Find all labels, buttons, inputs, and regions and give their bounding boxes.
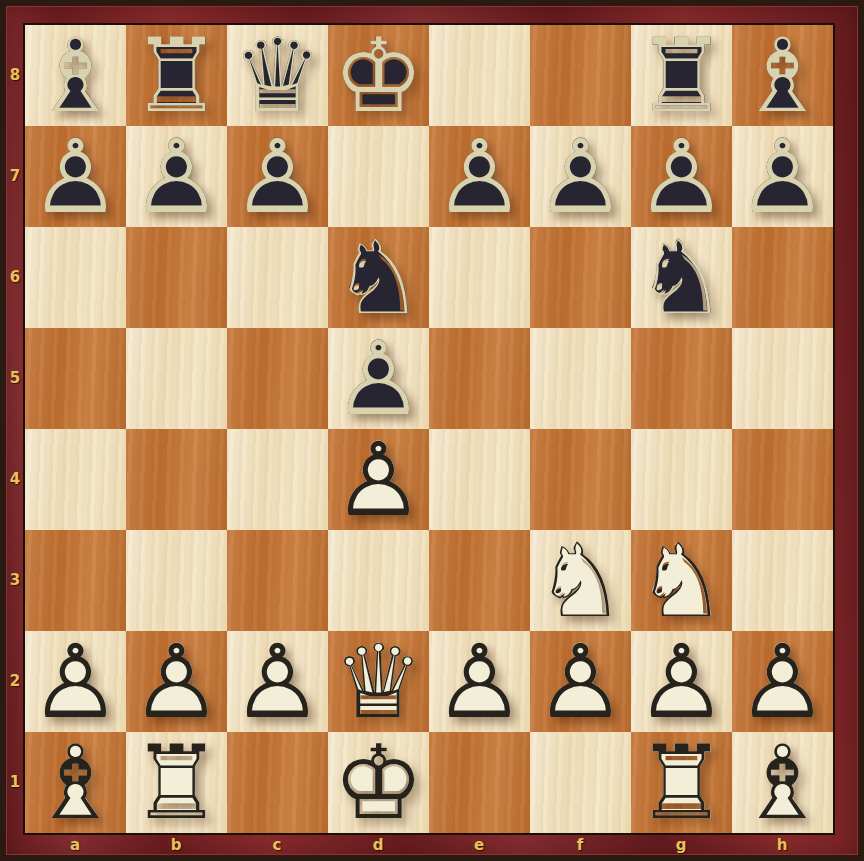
- square-d3[interactable]: [328, 530, 429, 631]
- square-b1[interactable]: ♜♖: [126, 732, 227, 833]
- piece-white-pawn[interactable]: ♟♙: [429, 631, 530, 732]
- square-d4[interactable]: ♟♙: [328, 429, 429, 530]
- square-c5[interactable]: [227, 328, 328, 429]
- square-b8[interactable]: ♜♖: [126, 25, 227, 126]
- square-e5[interactable]: [429, 328, 530, 429]
- square-d7[interactable]: [328, 126, 429, 227]
- square-a3[interactable]: [25, 530, 126, 631]
- piece-black-pawn[interactable]: ♟♙: [25, 126, 126, 227]
- piece-black-bishop[interactable]: ♝♗: [732, 25, 833, 126]
- rank-label-5: 5: [10, 369, 20, 387]
- black-pawn-outline-glyph: ♙: [429, 126, 530, 227]
- square-h2[interactable]: ♟♙: [732, 631, 833, 732]
- black-queen-outline-glyph: ♕: [227, 25, 328, 126]
- piece-black-pawn[interactable]: ♟♙: [227, 126, 328, 227]
- piece-black-pawn[interactable]: ♟♙: [429, 126, 530, 227]
- rank-label-4: 4: [10, 470, 20, 488]
- square-g1[interactable]: ♜♖: [631, 732, 732, 833]
- black-king-outline-glyph: ♔: [328, 25, 429, 126]
- piece-black-queen[interactable]: ♛♕: [227, 25, 328, 126]
- piece-white-rook[interactable]: ♜♖: [631, 732, 732, 833]
- square-a5[interactable]: [25, 328, 126, 429]
- square-a7[interactable]: ♟♙: [25, 126, 126, 227]
- piece-white-pawn[interactable]: ♟♙: [328, 429, 429, 530]
- black-pawn-outline-glyph: ♙: [25, 126, 126, 227]
- black-pawn-outline-glyph: ♙: [328, 328, 429, 429]
- black-rook-outline-glyph: ♖: [126, 25, 227, 126]
- black-knight-outline-glyph: ♘: [328, 227, 429, 328]
- piece-black-bishop[interactable]: ♝♗: [25, 25, 126, 126]
- square-b3[interactable]: [126, 530, 227, 631]
- white-pawn-outline-glyph: ♙: [328, 429, 429, 530]
- black-pawn-outline-glyph: ♙: [227, 126, 328, 227]
- black-rook-outline-glyph: ♖: [631, 25, 732, 126]
- square-e3[interactable]: [429, 530, 530, 631]
- piece-white-queen[interactable]: ♛♕: [328, 631, 429, 732]
- square-g3[interactable]: ♞♘: [631, 530, 732, 631]
- piece-white-pawn[interactable]: ♟♙: [631, 631, 732, 732]
- piece-black-knight[interactable]: ♞♘: [328, 227, 429, 328]
- piece-white-bishop[interactable]: ♝♗: [732, 732, 833, 833]
- square-d6[interactable]: ♞♘: [328, 227, 429, 328]
- square-g4[interactable]: [631, 429, 732, 530]
- white-pawn-outline-glyph: ♙: [631, 631, 732, 732]
- square-e6[interactable]: [429, 227, 530, 328]
- white-queen-outline-glyph: ♕: [328, 631, 429, 732]
- square-e7[interactable]: ♟♙: [429, 126, 530, 227]
- square-g5[interactable]: [631, 328, 732, 429]
- piece-white-rook[interactable]: ♜♖: [126, 732, 227, 833]
- white-knight-outline-glyph: ♘: [631, 530, 732, 631]
- white-bishop-outline-glyph: ♗: [25, 732, 126, 833]
- piece-white-knight[interactable]: ♞♘: [530, 530, 631, 631]
- chess-board: ♝♗♜♖♛♕♚♔♜♖♝♗♟♙♟♙♟♙♟♙♟♙♟♙♟♙♞♘♞♘♟♙♟♙♞♘♞♘♟♙…: [23, 23, 835, 835]
- square-f7[interactable]: ♟♙: [530, 126, 631, 227]
- square-f3[interactable]: ♞♘: [530, 530, 631, 631]
- square-d8[interactable]: ♚♔: [328, 25, 429, 126]
- black-bishop-outline-glyph: ♗: [732, 25, 833, 126]
- square-d5[interactable]: ♟♙: [328, 328, 429, 429]
- piece-white-pawn[interactable]: ♟♙: [126, 631, 227, 732]
- piece-black-pawn[interactable]: ♟♙: [631, 126, 732, 227]
- rank-label-2: 2: [10, 672, 20, 690]
- square-f5[interactable]: [530, 328, 631, 429]
- square-a4[interactable]: [25, 429, 126, 530]
- square-f2[interactable]: ♟♙: [530, 631, 631, 732]
- piece-black-pawn[interactable]: ♟♙: [328, 328, 429, 429]
- black-bishop-outline-glyph: ♗: [25, 25, 126, 126]
- rank-label-8: 8: [10, 66, 20, 84]
- square-h3[interactable]: [732, 530, 833, 631]
- square-h6[interactable]: [732, 227, 833, 328]
- piece-white-pawn[interactable]: ♟♙: [227, 631, 328, 732]
- white-pawn-outline-glyph: ♙: [227, 631, 328, 732]
- square-c2[interactable]: ♟♙: [227, 631, 328, 732]
- file-label-h: h: [777, 836, 788, 854]
- square-c1[interactable]: [227, 732, 328, 833]
- file-label-d: d: [373, 836, 384, 854]
- square-a6[interactable]: [25, 227, 126, 328]
- black-pawn-outline-glyph: ♙: [530, 126, 631, 227]
- black-pawn-outline-glyph: ♙: [631, 126, 732, 227]
- square-e1[interactable]: [429, 732, 530, 833]
- file-label-a: a: [70, 836, 80, 854]
- square-h4[interactable]: [732, 429, 833, 530]
- file-label-e: e: [474, 836, 484, 854]
- piece-black-pawn[interactable]: ♟♙: [530, 126, 631, 227]
- square-f6[interactable]: [530, 227, 631, 328]
- square-c3[interactable]: [227, 530, 328, 631]
- square-g7[interactable]: ♟♙: [631, 126, 732, 227]
- chessboard-frame: ♝♗♜♖♛♕♚♔♜♖♝♗♟♙♟♙♟♙♟♙♟♙♟♙♟♙♞♘♞♘♟♙♟♙♞♘♞♘♟♙…: [0, 0, 864, 861]
- rank-label-3: 3: [10, 571, 20, 589]
- piece-black-king[interactable]: ♚♔: [328, 25, 429, 126]
- white-king-outline-glyph: ♔: [328, 732, 429, 833]
- square-a1[interactable]: ♝♗: [25, 732, 126, 833]
- square-b2[interactable]: ♟♙: [126, 631, 227, 732]
- square-g8[interactable]: ♜♖: [631, 25, 732, 126]
- square-a8[interactable]: ♝♗: [25, 25, 126, 126]
- piece-white-king[interactable]: ♚♔: [328, 732, 429, 833]
- square-e2[interactable]: ♟♙: [429, 631, 530, 732]
- white-bishop-outline-glyph: ♗: [732, 732, 833, 833]
- square-b4[interactable]: [126, 429, 227, 530]
- white-knight-outline-glyph: ♘: [530, 530, 631, 631]
- white-rook-outline-glyph: ♖: [631, 732, 732, 833]
- square-b5[interactable]: [126, 328, 227, 429]
- white-pawn-outline-glyph: ♙: [530, 631, 631, 732]
- rank-label-6: 6: [10, 268, 20, 286]
- piece-white-bishop[interactable]: ♝♗: [25, 732, 126, 833]
- square-d1[interactable]: ♚♔: [328, 732, 429, 833]
- piece-black-pawn[interactable]: ♟♙: [732, 126, 833, 227]
- white-pawn-outline-glyph: ♙: [732, 631, 833, 732]
- square-h8[interactable]: ♝♗: [732, 25, 833, 126]
- square-f4[interactable]: [530, 429, 631, 530]
- square-f8[interactable]: [530, 25, 631, 126]
- square-c4[interactable]: [227, 429, 328, 530]
- square-h7[interactable]: ♟♙: [732, 126, 833, 227]
- white-pawn-outline-glyph: ♙: [25, 631, 126, 732]
- square-h1[interactable]: ♝♗: [732, 732, 833, 833]
- square-g6[interactable]: ♞♘: [631, 227, 732, 328]
- file-label-f: f: [577, 836, 584, 854]
- black-knight-outline-glyph: ♘: [631, 227, 732, 328]
- file-label-b: b: [171, 836, 182, 854]
- square-c6[interactable]: [227, 227, 328, 328]
- file-label-g: g: [676, 836, 687, 854]
- piece-white-pawn[interactable]: ♟♙: [25, 631, 126, 732]
- rank-label-1: 1: [10, 773, 20, 791]
- piece-white-pawn[interactable]: ♟♙: [732, 631, 833, 732]
- piece-white-knight[interactable]: ♞♘: [631, 530, 732, 631]
- piece-black-rook[interactable]: ♜♖: [631, 25, 732, 126]
- square-a2[interactable]: ♟♙: [25, 631, 126, 732]
- square-g2[interactable]: ♟♙: [631, 631, 732, 732]
- white-pawn-outline-glyph: ♙: [126, 631, 227, 732]
- black-pawn-outline-glyph: ♙: [126, 126, 227, 227]
- black-pawn-outline-glyph: ♙: [732, 126, 833, 227]
- piece-black-pawn[interactable]: ♟♙: [126, 126, 227, 227]
- square-c8[interactable]: ♛♕: [227, 25, 328, 126]
- square-f1[interactable]: [530, 732, 631, 833]
- square-d2[interactable]: ♛♕: [328, 631, 429, 732]
- piece-white-pawn[interactable]: ♟♙: [530, 631, 631, 732]
- square-e8[interactable]: [429, 25, 530, 126]
- file-label-c: c: [273, 836, 282, 854]
- rank-label-7: 7: [10, 167, 20, 185]
- square-c7[interactable]: ♟♙: [227, 126, 328, 227]
- square-e4[interactable]: [429, 429, 530, 530]
- white-rook-outline-glyph: ♖: [126, 732, 227, 833]
- piece-black-rook[interactable]: ♜♖: [126, 25, 227, 126]
- square-h5[interactable]: [732, 328, 833, 429]
- piece-black-knight[interactable]: ♞♘: [631, 227, 732, 328]
- square-b7[interactable]: ♟♙: [126, 126, 227, 227]
- square-b6[interactable]: [126, 227, 227, 328]
- white-pawn-outline-glyph: ♙: [429, 631, 530, 732]
